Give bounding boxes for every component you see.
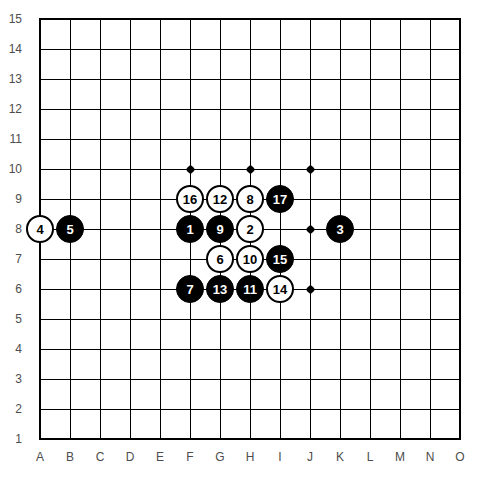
row-label: 7 xyxy=(0,252,22,266)
star-point xyxy=(245,164,255,174)
grid-line-horizontal xyxy=(39,319,461,320)
stone-white-10[interactable]: 10 xyxy=(236,245,264,273)
row-label: 15 xyxy=(0,12,22,26)
stone-white-6[interactable]: 6 xyxy=(206,245,234,273)
col-label: D xyxy=(119,450,141,464)
row-label: 2 xyxy=(0,402,22,416)
stone-number: 12 xyxy=(213,193,227,206)
row-label: 10 xyxy=(0,162,22,176)
stone-number: 1 xyxy=(186,223,193,236)
col-label: A xyxy=(29,450,51,464)
grid-line-horizontal xyxy=(39,409,461,410)
stone-black-9[interactable]: 9 xyxy=(206,215,234,243)
stone-number: 11 xyxy=(243,283,257,296)
row-label: 13 xyxy=(0,72,22,86)
col-label: J xyxy=(299,450,321,464)
col-label: I xyxy=(269,450,291,464)
stone-white-14[interactable]: 14 xyxy=(266,275,294,303)
stone-black-17[interactable]: 17 xyxy=(266,185,294,213)
stone-number: 16 xyxy=(183,193,197,206)
grid-line-horizontal xyxy=(39,438,461,440)
grid-line-vertical xyxy=(400,18,401,440)
col-label: H xyxy=(239,450,261,464)
game-diagram: 151413121110987654321ABCDEFGHIJKLMNO1234… xyxy=(0,0,480,480)
stone-black-5[interactable]: 5 xyxy=(56,215,84,243)
stone-black-15[interactable]: 15 xyxy=(266,245,294,273)
row-label: 14 xyxy=(0,42,22,56)
stone-number: 5 xyxy=(66,223,73,236)
stone-number: 6 xyxy=(216,253,223,266)
grid-line-vertical xyxy=(370,18,371,440)
stone-white-4[interactable]: 4 xyxy=(26,215,54,243)
row-label: 8 xyxy=(0,222,22,236)
stone-black-1[interactable]: 1 xyxy=(176,215,204,243)
stone-number: 2 xyxy=(246,223,253,236)
stone-number: 17 xyxy=(273,193,287,206)
row-label: 9 xyxy=(0,192,22,206)
stone-number: 10 xyxy=(243,253,257,266)
row-label: 11 xyxy=(0,132,22,146)
grid-line-vertical xyxy=(280,18,281,440)
stone-number: 3 xyxy=(336,223,343,236)
col-label: F xyxy=(179,450,201,464)
star-point xyxy=(185,164,195,174)
col-label: G xyxy=(209,450,231,464)
col-label: M xyxy=(389,450,411,464)
stone-number: 4 xyxy=(36,223,43,236)
goban[interactable]: 151413121110987654321ABCDEFGHIJKLMNO1234… xyxy=(0,0,480,480)
col-label: E xyxy=(149,450,171,464)
stone-black-7[interactable]: 7 xyxy=(176,275,204,303)
stone-number: 8 xyxy=(246,193,253,206)
row-label: 12 xyxy=(0,102,22,116)
stone-white-16[interactable]: 16 xyxy=(176,185,204,213)
stone-number: 14 xyxy=(273,283,287,296)
stone-number: 7 xyxy=(186,283,193,296)
col-label: L xyxy=(359,450,381,464)
stone-number: 15 xyxy=(273,253,287,266)
stone-white-2[interactable]: 2 xyxy=(236,215,264,243)
row-label: 5 xyxy=(0,312,22,326)
row-label: 6 xyxy=(0,282,22,296)
star-point xyxy=(305,224,315,234)
stone-number: 13 xyxy=(213,283,227,296)
stone-black-13[interactable]: 13 xyxy=(206,275,234,303)
grid-line-vertical xyxy=(430,18,431,440)
grid-line-horizontal xyxy=(39,349,461,350)
stone-white-8[interactable]: 8 xyxy=(236,185,264,213)
row-label: 1 xyxy=(0,432,22,446)
star-point xyxy=(305,164,315,174)
col-label: B xyxy=(59,450,81,464)
col-label: N xyxy=(419,450,441,464)
grid-line-vertical xyxy=(459,18,461,440)
stone-black-3[interactable]: 3 xyxy=(326,215,354,243)
col-label: O xyxy=(449,450,471,464)
grid-line-horizontal xyxy=(39,379,461,380)
col-label: C xyxy=(89,450,111,464)
stone-number: 9 xyxy=(216,223,223,236)
row-label: 3 xyxy=(0,372,22,386)
row-label: 4 xyxy=(0,342,22,356)
star-point xyxy=(305,284,315,294)
col-label: K xyxy=(329,450,351,464)
stone-white-12[interactable]: 12 xyxy=(206,185,234,213)
stone-black-11[interactable]: 11 xyxy=(236,275,264,303)
